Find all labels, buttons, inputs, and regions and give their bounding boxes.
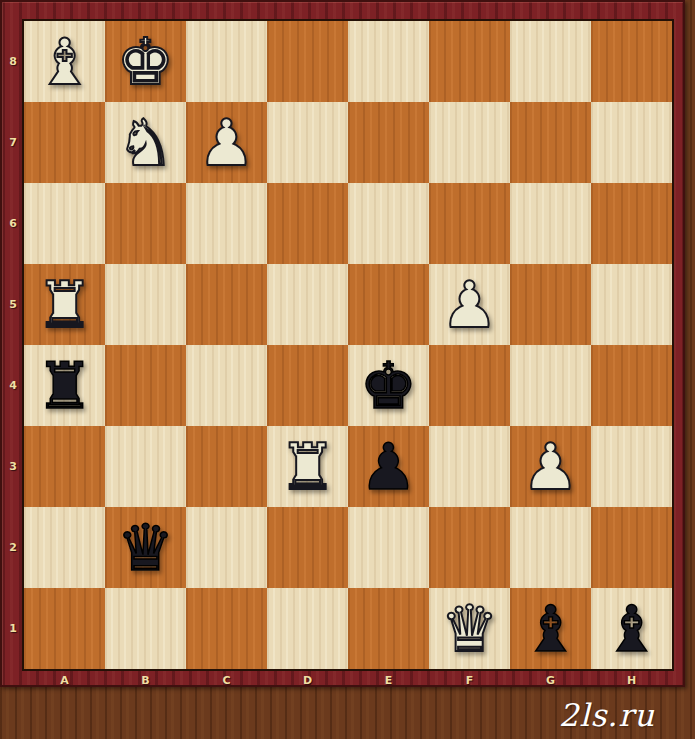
rank-label-2: 2 (4, 507, 22, 588)
square-h5[interactable] (591, 264, 672, 345)
square-h1[interactable]: ♝ (591, 588, 672, 669)
square-e3[interactable]: ♟ (348, 426, 429, 507)
square-c3[interactable] (186, 426, 267, 507)
square-g7[interactable] (510, 102, 591, 183)
page-background: ♝♚♞♟♜♟♜♚♜♟♟♛♛♝♝ 87654321 ABCDEFGH 2ls.ru (0, 0, 695, 739)
rank-label-8: 8 (4, 21, 22, 102)
square-d7[interactable] (267, 102, 348, 183)
square-d5[interactable] (267, 264, 348, 345)
square-b2[interactable]: ♛ (105, 507, 186, 588)
square-d4[interactable] (267, 345, 348, 426)
piece-black-queen-b2[interactable]: ♛ (117, 516, 174, 580)
file-label-e: E (348, 671, 429, 689)
square-b5[interactable] (105, 264, 186, 345)
square-g2[interactable] (510, 507, 591, 588)
file-label-d: D (267, 671, 348, 689)
rank-label-7: 7 (4, 102, 22, 183)
square-c8[interactable] (186, 21, 267, 102)
square-c2[interactable] (186, 507, 267, 588)
chess-board: ♝♚♞♟♜♟♜♚♜♟♟♛♛♝♝ (22, 19, 674, 671)
square-e8[interactable] (348, 21, 429, 102)
piece-white-rook-a5[interactable]: ♜ (36, 273, 93, 337)
square-e4[interactable]: ♚ (348, 345, 429, 426)
piece-white-rook-d3[interactable]: ♜ (279, 435, 336, 499)
square-b6[interactable] (105, 183, 186, 264)
square-a4[interactable]: ♜ (24, 345, 105, 426)
board-frame: ♝♚♞♟♜♟♜♚♜♟♟♛♛♝♝ 87654321 ABCDEFGH (0, 0, 685, 687)
square-h3[interactable] (591, 426, 672, 507)
square-c4[interactable] (186, 345, 267, 426)
square-a3[interactable] (24, 426, 105, 507)
file-label-a: A (24, 671, 105, 689)
square-a1[interactable] (24, 588, 105, 669)
square-f2[interactable] (429, 507, 510, 588)
square-d6[interactable] (267, 183, 348, 264)
file-label-c: C (186, 671, 267, 689)
piece-white-pawn-g3[interactable]: ♟ (522, 435, 579, 499)
piece-white-queen-f1[interactable]: ♛ (441, 597, 498, 661)
piece-white-pawn-f5[interactable]: ♟ (441, 273, 498, 337)
square-e5[interactable] (348, 264, 429, 345)
piece-white-king-b8[interactable]: ♚ (117, 30, 174, 94)
rank-label-3: 3 (4, 426, 22, 507)
rank-label-5: 5 (4, 264, 22, 345)
square-e1[interactable] (348, 588, 429, 669)
square-a5[interactable]: ♜ (24, 264, 105, 345)
file-label-b: B (105, 671, 186, 689)
piece-white-pawn-c7[interactable]: ♟ (198, 111, 255, 175)
square-f1[interactable]: ♛ (429, 588, 510, 669)
square-h2[interactable] (591, 507, 672, 588)
square-f5[interactable]: ♟ (429, 264, 510, 345)
square-d2[interactable] (267, 507, 348, 588)
square-h7[interactable] (591, 102, 672, 183)
square-g5[interactable] (510, 264, 591, 345)
site-watermark: 2ls.ru (559, 700, 655, 731)
rank-label-6: 6 (4, 183, 22, 264)
square-f8[interactable] (429, 21, 510, 102)
square-e2[interactable] (348, 507, 429, 588)
square-c5[interactable] (186, 264, 267, 345)
square-b1[interactable] (105, 588, 186, 669)
square-a2[interactable] (24, 507, 105, 588)
square-g8[interactable] (510, 21, 591, 102)
square-b7[interactable]: ♞ (105, 102, 186, 183)
square-c6[interactable] (186, 183, 267, 264)
piece-black-bishop-h1[interactable]: ♝ (603, 597, 660, 661)
square-a8[interactable]: ♝ (24, 21, 105, 102)
square-d1[interactable] (267, 588, 348, 669)
file-label-h: H (591, 671, 672, 689)
rank-label-1: 1 (4, 588, 22, 669)
square-f7[interactable] (429, 102, 510, 183)
rank-label-4: 4 (4, 345, 22, 426)
square-c1[interactable] (186, 588, 267, 669)
square-g4[interactable] (510, 345, 591, 426)
piece-white-knight-b7[interactable]: ♞ (117, 111, 174, 175)
file-label-f: F (429, 671, 510, 689)
square-f4[interactable] (429, 345, 510, 426)
square-f6[interactable] (429, 183, 510, 264)
square-b3[interactable] (105, 426, 186, 507)
square-h4[interactable] (591, 345, 672, 426)
square-h8[interactable] (591, 21, 672, 102)
piece-white-bishop-a8[interactable]: ♝ (36, 30, 93, 94)
file-label-g: G (510, 671, 591, 689)
piece-black-pawn-e3[interactable]: ♟ (360, 435, 417, 499)
square-g3[interactable]: ♟ (510, 426, 591, 507)
square-d3[interactable]: ♜ (267, 426, 348, 507)
file-labels: ABCDEFGH (24, 671, 672, 689)
piece-black-rook-a4[interactable]: ♜ (36, 354, 93, 418)
piece-black-bishop-g1[interactable]: ♝ (522, 597, 579, 661)
square-h6[interactable] (591, 183, 672, 264)
square-e6[interactable] (348, 183, 429, 264)
square-g1[interactable]: ♝ (510, 588, 591, 669)
square-f3[interactable] (429, 426, 510, 507)
square-d8[interactable] (267, 21, 348, 102)
square-e7[interactable] (348, 102, 429, 183)
square-c7[interactable]: ♟ (186, 102, 267, 183)
square-b8[interactable]: ♚ (105, 21, 186, 102)
piece-black-king-e4[interactable]: ♚ (360, 354, 417, 418)
square-a7[interactable] (24, 102, 105, 183)
rank-labels: 87654321 (4, 21, 22, 669)
square-b4[interactable] (105, 345, 186, 426)
square-a6[interactable] (24, 183, 105, 264)
square-g6[interactable] (510, 183, 591, 264)
